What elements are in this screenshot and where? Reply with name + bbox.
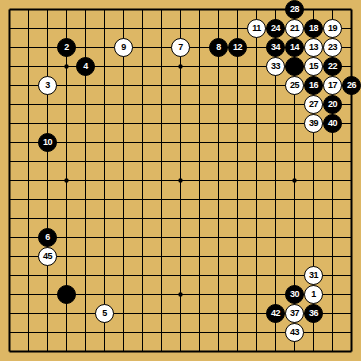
stone-move-number: 40 <box>328 119 337 128</box>
stone-white-27: 27 <box>304 95 323 114</box>
stone-move-number: 45 <box>43 252 52 261</box>
stone-move-number: 28 <box>290 5 299 14</box>
stone-white-17: 17 <box>323 76 342 95</box>
stone-move-number: 39 <box>309 119 318 128</box>
stone-white-23: 23 <box>323 38 342 57</box>
stone-move-number: 27 <box>309 100 318 109</box>
stone-white-31: 31 <box>304 266 323 285</box>
stone-move-number: 37 <box>290 309 299 318</box>
stone-black-22: 22 <box>323 57 342 76</box>
stone-black-14: 14 <box>285 38 304 57</box>
stone-move-number: 1 <box>311 290 316 299</box>
stone-white-45: 45 <box>38 247 57 266</box>
stone-white-3: 3 <box>38 76 57 95</box>
stone-move-number: 23 <box>328 43 337 52</box>
stone-white-19: 19 <box>323 19 342 38</box>
stone-black-10: 10 <box>38 133 57 152</box>
stone-move-number: 9 <box>121 43 126 52</box>
stone-white-5: 5 <box>95 304 114 323</box>
stone-white-1: 1 <box>304 285 323 304</box>
go-board[interactable]: 1234567891011121314151617181920212223242… <box>0 0 361 361</box>
stone-black-42: 42 <box>266 304 285 323</box>
stone-move-number: 3 <box>45 81 50 90</box>
stone-black-6: 6 <box>38 228 57 247</box>
stone-white-33: 33 <box>266 57 285 76</box>
stone-white-13: 13 <box>304 38 323 57</box>
stone-move-number: 43 <box>290 328 299 337</box>
stone-white-37: 37 <box>285 304 304 323</box>
stone-move-number: 7 <box>178 43 183 52</box>
stone-move-number: 10 <box>43 138 52 147</box>
stone-black-setup-Q16 <box>285 57 304 76</box>
stone-white-21: 21 <box>285 19 304 38</box>
stone-move-number: 2 <box>64 43 69 52</box>
stone-move-number: 16 <box>309 81 318 90</box>
stone-move-number: 11 <box>252 24 261 33</box>
stone-black-20: 20 <box>323 95 342 114</box>
stone-move-number: 13 <box>309 43 318 52</box>
stone-black-40: 40 <box>323 114 342 133</box>
stone-move-number: 19 <box>328 24 337 33</box>
stone-black-2: 2 <box>57 38 76 57</box>
stone-white-7: 7 <box>171 38 190 57</box>
stone-move-number: 24 <box>271 24 280 33</box>
stone-move-number: 12 <box>233 43 242 52</box>
stone-white-15: 15 <box>304 57 323 76</box>
stone-white-25: 25 <box>285 76 304 95</box>
stone-black-12: 12 <box>228 38 247 57</box>
stone-black-26: 26 <box>342 76 361 95</box>
stone-black-28: 28 <box>285 0 304 19</box>
stone-move-number: 5 <box>102 309 107 318</box>
stone-move-number: 34 <box>271 43 280 52</box>
stone-white-9: 9 <box>114 38 133 57</box>
stone-move-number: 20 <box>328 100 337 109</box>
stone-black-36: 36 <box>304 304 323 323</box>
stone-move-number: 36 <box>309 309 318 318</box>
stone-move-number: 33 <box>271 62 280 71</box>
stone-black-30: 30 <box>285 285 304 304</box>
stone-move-number: 4 <box>83 62 88 71</box>
stone-move-number: 17 <box>328 81 337 90</box>
stone-move-number: 25 <box>290 81 299 90</box>
stone-white-11: 11 <box>247 19 266 38</box>
stone-move-number: 21 <box>290 24 299 33</box>
stone-move-number: 31 <box>309 271 318 280</box>
stone-move-number: 6 <box>45 233 50 242</box>
stone-white-43: 43 <box>285 323 304 342</box>
stone-move-number: 30 <box>290 290 299 299</box>
stone-black-8: 8 <box>209 38 228 57</box>
stone-black-18: 18 <box>304 19 323 38</box>
stone-move-number: 22 <box>328 62 337 71</box>
stone-move-number: 26 <box>347 81 356 90</box>
stone-move-number: 8 <box>216 43 221 52</box>
stone-move-number: 18 <box>309 24 318 33</box>
stone-move-number: 14 <box>290 43 299 52</box>
stone-black-24: 24 <box>266 19 285 38</box>
stone-black-34: 34 <box>266 38 285 57</box>
stone-black-setup-D4 <box>57 285 76 304</box>
stone-layer: 1234567891011121314151617181920212223242… <box>0 0 361 361</box>
stone-move-number: 15 <box>309 62 318 71</box>
stone-black-4: 4 <box>76 57 95 76</box>
stone-white-39: 39 <box>304 114 323 133</box>
stone-move-number: 42 <box>271 309 280 318</box>
stone-black-16: 16 <box>304 76 323 95</box>
